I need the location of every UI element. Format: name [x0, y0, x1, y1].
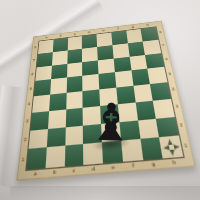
square-a1[interactable]	[26, 148, 46, 170]
square-c3[interactable]	[65, 108, 83, 127]
pawn-icon: ♟	[162, 144, 170, 151]
square-a2[interactable]	[28, 129, 47, 150]
coord-label: b	[45, 168, 65, 177]
square-a4[interactable]	[32, 95, 50, 113]
square-h1[interactable]: ♟♟♟♟	[159, 136, 183, 159]
square-b2[interactable]	[47, 127, 66, 148]
square-b3[interactable]	[48, 109, 66, 128]
coord-label: g	[143, 160, 165, 170]
photo-scene: abcdefgh abcdefgh 87654321 87654321 ♟♟♟♟…	[0, 0, 200, 200]
square-b4[interactable]	[49, 93, 66, 111]
coord-label: h	[163, 158, 185, 168]
coord-label: d	[84, 165, 104, 175]
black-bishop[interactable]: ♝	[87, 96, 133, 149]
square-h3[interactable]	[153, 99, 175, 119]
square-c4[interactable]	[66, 91, 83, 109]
square-h2[interactable]	[156, 116, 179, 137]
four-pawn-diamond-logo: ♟♟♟♟	[161, 138, 181, 157]
cloth-fold	[10, 186, 200, 200]
coord-label: e	[103, 163, 123, 173]
square-b1[interactable]	[45, 146, 65, 168]
coord-label: a	[26, 169, 46, 178]
square-c1[interactable]	[64, 144, 83, 166]
coord-label: c	[64, 166, 84, 175]
square-h4[interactable]	[150, 82, 171, 100]
square-c2[interactable]	[65, 125, 83, 146]
coord-label: f	[123, 161, 144, 171]
brand-marking: ········	[165, 50, 172, 65]
square-a3[interactable]	[30, 111, 48, 130]
